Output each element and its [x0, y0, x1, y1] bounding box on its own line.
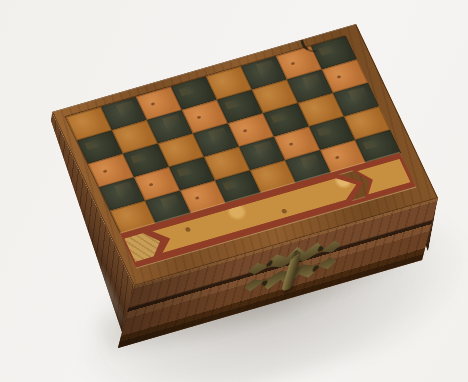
- photo-scene: [0, 0, 468, 382]
